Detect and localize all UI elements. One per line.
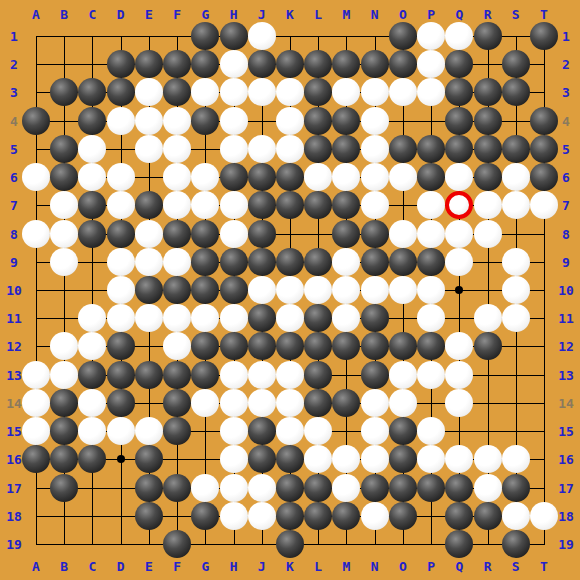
coordinate-label: 7 xyxy=(10,199,18,212)
stone-black-J15 xyxy=(248,417,276,445)
coordinate-label: 6 xyxy=(10,171,18,184)
stone-white-J5 xyxy=(248,135,276,163)
stone-white-F6 xyxy=(163,163,191,191)
stone-white-S9 xyxy=(502,248,530,276)
star-point xyxy=(117,455,125,463)
stone-black-R18 xyxy=(474,502,502,530)
stone-black-G18 xyxy=(191,502,219,530)
stone-white-H3 xyxy=(220,78,248,106)
stone-white-H5 xyxy=(220,135,248,163)
stone-black-O18 xyxy=(389,502,417,530)
stone-black-R6 xyxy=(474,163,502,191)
stone-black-B14 xyxy=(50,389,78,417)
stone-black-J6 xyxy=(248,163,276,191)
stone-white-Q16 xyxy=(445,445,473,473)
stone-black-N2 xyxy=(361,50,389,78)
stone-black-P6 xyxy=(417,163,445,191)
stone-white-D4 xyxy=(107,107,135,135)
stone-black-F19 xyxy=(163,530,191,558)
coordinate-label: 16 xyxy=(6,453,22,466)
stone-black-K19 xyxy=(276,530,304,558)
stone-black-P9 xyxy=(417,248,445,276)
stone-white-M17 xyxy=(332,474,360,502)
stone-black-C4 xyxy=(78,107,106,135)
stone-black-T1 xyxy=(530,22,558,50)
stone-white-N16 xyxy=(361,445,389,473)
stone-black-B6 xyxy=(50,163,78,191)
stone-white-K4 xyxy=(276,107,304,135)
stone-black-Q3 xyxy=(445,78,473,106)
stone-white-K3 xyxy=(276,78,304,106)
stone-white-C6 xyxy=(78,163,106,191)
stone-white-H4 xyxy=(220,107,248,135)
star-point xyxy=(455,286,463,294)
stone-white-A13 xyxy=(22,361,50,389)
coordinate-label: 17 xyxy=(6,481,22,494)
coordinate-label: 11 xyxy=(6,312,22,325)
coordinate-label: 3 xyxy=(562,86,570,99)
stone-white-T18 xyxy=(530,502,558,530)
stone-white-L16 xyxy=(304,445,332,473)
coordinate-label: A xyxy=(32,8,40,21)
stone-black-D13 xyxy=(107,361,135,389)
stone-white-C11 xyxy=(78,304,106,332)
stone-white-Q6 xyxy=(445,163,473,191)
stone-black-K2 xyxy=(276,50,304,78)
stone-white-P15 xyxy=(417,417,445,445)
stone-white-G17 xyxy=(191,474,219,502)
coordinate-label: 5 xyxy=(562,142,570,155)
coordinate-label: 13 xyxy=(558,368,574,381)
stone-black-Q5 xyxy=(445,135,473,163)
stone-black-D3 xyxy=(107,78,135,106)
stone-white-G11 xyxy=(191,304,219,332)
coordinate-label: B xyxy=(60,8,68,21)
stone-white-G6 xyxy=(191,163,219,191)
stone-black-J2 xyxy=(248,50,276,78)
stone-white-C12 xyxy=(78,332,106,360)
stone-white-N7 xyxy=(361,191,389,219)
coordinate-label: 8 xyxy=(562,227,570,240)
coordinate-label: F xyxy=(173,8,181,21)
coordinate-label: N xyxy=(371,560,379,573)
coordinate-label: R xyxy=(484,8,492,21)
stone-black-K16 xyxy=(276,445,304,473)
coordinate-label: 1 xyxy=(562,30,570,43)
stone-black-E18 xyxy=(135,502,163,530)
coordinate-label: 6 xyxy=(562,171,570,184)
stone-black-J9 xyxy=(248,248,276,276)
stone-white-D6 xyxy=(107,163,135,191)
stone-white-C14 xyxy=(78,389,106,417)
stone-black-H6 xyxy=(220,163,248,191)
stone-white-J13 xyxy=(248,361,276,389)
stone-black-L2 xyxy=(304,50,332,78)
coordinate-label: L xyxy=(314,560,322,573)
stone-black-G1 xyxy=(191,22,219,50)
stone-white-R8 xyxy=(474,220,502,248)
coordinate-label: 15 xyxy=(558,425,574,438)
coordinate-label: O xyxy=(399,560,407,573)
stone-white-P11 xyxy=(417,304,445,332)
coordinate-label: 10 xyxy=(558,284,574,297)
stone-black-G2 xyxy=(191,50,219,78)
stone-black-K6 xyxy=(276,163,304,191)
stone-black-E13 xyxy=(135,361,163,389)
stone-black-S19 xyxy=(502,530,530,558)
stone-white-S18 xyxy=(502,502,530,530)
stone-black-Q19 xyxy=(445,530,473,558)
stone-black-M7 xyxy=(332,191,360,219)
coordinate-label: 18 xyxy=(6,509,22,522)
stone-black-O2 xyxy=(389,50,417,78)
stone-white-K10 xyxy=(276,276,304,304)
coordinate-label: T xyxy=(540,560,548,573)
stone-black-E2 xyxy=(135,50,163,78)
stone-white-F11 xyxy=(163,304,191,332)
stone-white-O8 xyxy=(389,220,417,248)
stone-white-O14 xyxy=(389,389,417,417)
coordinate-label: M xyxy=(343,8,351,21)
stone-white-D10 xyxy=(107,276,135,304)
stone-black-F17 xyxy=(163,474,191,502)
stone-black-M8 xyxy=(332,220,360,248)
stone-black-M5 xyxy=(332,135,360,163)
stone-white-Q9 xyxy=(445,248,473,276)
coordinate-label: R xyxy=(484,560,492,573)
coordinate-label: G xyxy=(201,560,209,573)
stone-white-J14 xyxy=(248,389,276,417)
stone-white-D9 xyxy=(107,248,135,276)
stone-black-T4 xyxy=(530,107,558,135)
stone-black-T5 xyxy=(530,135,558,163)
stone-black-S17 xyxy=(502,474,530,502)
stone-white-G14 xyxy=(191,389,219,417)
stone-white-F5 xyxy=(163,135,191,163)
stone-black-O17 xyxy=(389,474,417,502)
stone-black-O12 xyxy=(389,332,417,360)
stone-white-N4 xyxy=(361,107,389,135)
stone-black-E7 xyxy=(135,191,163,219)
stone-white-B7 xyxy=(50,191,78,219)
stone-white-H15 xyxy=(220,417,248,445)
stone-white-J1 xyxy=(248,22,276,50)
stone-white-H7 xyxy=(220,191,248,219)
stone-white-P1 xyxy=(417,22,445,50)
stone-black-K12 xyxy=(276,332,304,360)
stone-black-P12 xyxy=(417,332,445,360)
stone-white-N14 xyxy=(361,389,389,417)
stone-black-P17 xyxy=(417,474,445,502)
stone-white-K5 xyxy=(276,135,304,163)
stone-black-R1 xyxy=(474,22,502,50)
stone-white-H14 xyxy=(220,389,248,417)
stone-white-N6 xyxy=(361,163,389,191)
stone-black-J16 xyxy=(248,445,276,473)
stone-white-D11 xyxy=(107,304,135,332)
go-board[interactable]: ABCDEFGHJKLMNOPQRST ABCDEFGHJKLMNOPQRST … xyxy=(0,0,580,580)
stone-black-L18 xyxy=(304,502,332,530)
coordinate-label: 16 xyxy=(558,453,574,466)
stone-black-H12 xyxy=(220,332,248,360)
coordinate-label: C xyxy=(89,560,97,573)
stone-white-S16 xyxy=(502,445,530,473)
stone-black-S3 xyxy=(502,78,530,106)
stone-white-O3 xyxy=(389,78,417,106)
stone-white-E9 xyxy=(135,248,163,276)
stone-white-B9 xyxy=(50,248,78,276)
coordinate-label: 9 xyxy=(562,255,570,268)
coordinate-label: A xyxy=(32,560,40,573)
coordinate-label: S xyxy=(512,8,520,21)
stone-white-P7 xyxy=(417,191,445,219)
coordinate-label: 7 xyxy=(562,199,570,212)
stone-black-L13 xyxy=(304,361,332,389)
stone-white-E5 xyxy=(135,135,163,163)
stone-black-O15 xyxy=(389,417,417,445)
stone-black-N17 xyxy=(361,474,389,502)
stone-white-E4 xyxy=(135,107,163,135)
stone-white-P16 xyxy=(417,445,445,473)
stone-white-H16 xyxy=(220,445,248,473)
coordinate-label: 14 xyxy=(558,396,574,409)
stone-white-F7 xyxy=(163,191,191,219)
stone-black-H9 xyxy=(220,248,248,276)
stone-black-A16 xyxy=(22,445,50,473)
stone-white-K11 xyxy=(276,304,304,332)
stone-white-L10 xyxy=(304,276,332,304)
stone-white-M6 xyxy=(332,163,360,191)
stone-black-D2 xyxy=(107,50,135,78)
stone-white-T7 xyxy=(530,191,558,219)
stone-black-M2 xyxy=(332,50,360,78)
stone-black-L4 xyxy=(304,107,332,135)
stone-white-F12 xyxy=(163,332,191,360)
stone-white-A15 xyxy=(22,417,50,445)
stone-white-Q8 xyxy=(445,220,473,248)
stone-white-J17 xyxy=(248,474,276,502)
stone-black-B5 xyxy=(50,135,78,163)
stone-white-E3 xyxy=(135,78,163,106)
stone-black-C3 xyxy=(78,78,106,106)
stone-black-N8 xyxy=(361,220,389,248)
stone-white-N3 xyxy=(361,78,389,106)
coordinate-label: 19 xyxy=(6,538,22,551)
coordinate-label: 2 xyxy=(10,58,18,71)
stone-white-Q12 xyxy=(445,332,473,360)
stone-black-G12 xyxy=(191,332,219,360)
stone-white-H13 xyxy=(220,361,248,389)
stone-white-S10 xyxy=(502,276,530,304)
stone-white-M3 xyxy=(332,78,360,106)
stone-white-K13 xyxy=(276,361,304,389)
stone-white-O13 xyxy=(389,361,417,389)
coordinate-label: F xyxy=(173,560,181,573)
coordinate-label: 3 xyxy=(10,86,18,99)
coordinate-label: 13 xyxy=(6,368,22,381)
stone-black-B17 xyxy=(50,474,78,502)
coordinate-label: E xyxy=(145,560,153,573)
stone-black-N13 xyxy=(361,361,389,389)
stone-black-O1 xyxy=(389,22,417,50)
coordinate-label: 12 xyxy=(558,340,574,353)
stone-white-P13 xyxy=(417,361,445,389)
coordinate-label: 12 xyxy=(6,340,22,353)
stone-black-K9 xyxy=(276,248,304,276)
stone-black-M12 xyxy=(332,332,360,360)
stone-black-L14 xyxy=(304,389,332,417)
coordinate-label: 9 xyxy=(10,255,18,268)
stone-black-L7 xyxy=(304,191,332,219)
stone-white-N18 xyxy=(361,502,389,530)
coordinate-label: M xyxy=(343,560,351,573)
coordinate-label: Q xyxy=(455,8,463,21)
coordinate-label: H xyxy=(230,560,238,573)
stone-black-N12 xyxy=(361,332,389,360)
stone-black-R5 xyxy=(474,135,502,163)
stone-white-C15 xyxy=(78,417,106,445)
stone-white-H2 xyxy=(220,50,248,78)
stone-black-L17 xyxy=(304,474,332,502)
coordinate-label: N xyxy=(371,8,379,21)
stone-black-D14 xyxy=(107,389,135,417)
stone-black-R12 xyxy=(474,332,502,360)
coordinate-label: 15 xyxy=(6,425,22,438)
stone-black-G13 xyxy=(191,361,219,389)
coordinate-label: L xyxy=(314,8,322,21)
stone-white-Q14 xyxy=(445,389,473,417)
stone-white-Q13 xyxy=(445,361,473,389)
stone-white-S6 xyxy=(502,163,530,191)
stone-black-M4 xyxy=(332,107,360,135)
stone-white-H17 xyxy=(220,474,248,502)
coordinate-label: D xyxy=(117,8,125,21)
stone-black-F14 xyxy=(163,389,191,417)
stone-black-G4 xyxy=(191,107,219,135)
stone-black-N9 xyxy=(361,248,389,276)
coordinate-label: T xyxy=(540,8,548,21)
stone-white-F9 xyxy=(163,248,191,276)
stone-white-K14 xyxy=(276,389,304,417)
stone-black-E10 xyxy=(135,276,163,304)
stone-white-M11 xyxy=(332,304,360,332)
stone-white-R11 xyxy=(474,304,502,332)
stone-white-E15 xyxy=(135,417,163,445)
stone-white-N15 xyxy=(361,417,389,445)
stone-black-H1 xyxy=(220,22,248,50)
coordinate-label: K xyxy=(286,560,294,573)
stone-white-B12 xyxy=(50,332,78,360)
stone-white-A8 xyxy=(22,220,50,248)
stone-black-Q4 xyxy=(445,107,473,135)
coordinate-label: H xyxy=(230,8,238,21)
stone-black-R3 xyxy=(474,78,502,106)
coordinate-label: B xyxy=(60,560,68,573)
coordinate-label: O xyxy=(399,8,407,21)
stone-white-E11 xyxy=(135,304,163,332)
stone-white-G7 xyxy=(191,191,219,219)
coordinate-label: 5 xyxy=(10,142,18,155)
stone-black-C8 xyxy=(78,220,106,248)
coordinate-label: P xyxy=(427,8,435,21)
stone-black-C7 xyxy=(78,191,106,219)
stone-white-B8 xyxy=(50,220,78,248)
stone-black-O9 xyxy=(389,248,417,276)
stone-black-Q17 xyxy=(445,474,473,502)
stone-white-F4 xyxy=(163,107,191,135)
coordinate-label: D xyxy=(117,560,125,573)
stone-white-H8 xyxy=(220,220,248,248)
stone-black-N11 xyxy=(361,304,389,332)
stone-white-R16 xyxy=(474,445,502,473)
stone-white-E8 xyxy=(135,220,163,248)
stone-black-M14 xyxy=(332,389,360,417)
coordinate-label: 18 xyxy=(558,509,574,522)
stone-white-S7 xyxy=(502,191,530,219)
stone-black-S5 xyxy=(502,135,530,163)
stone-white-R17 xyxy=(474,474,502,502)
stone-black-E16 xyxy=(135,445,163,473)
stone-black-J7 xyxy=(248,191,276,219)
coordinate-label: P xyxy=(427,560,435,573)
coordinate-label: C xyxy=(89,8,97,21)
last-move-stone-Q7 xyxy=(445,191,473,219)
stone-white-P8 xyxy=(417,220,445,248)
coordinate-label: 8 xyxy=(10,227,18,240)
stone-black-F3 xyxy=(163,78,191,106)
stone-black-J11 xyxy=(248,304,276,332)
stone-black-L11 xyxy=(304,304,332,332)
stone-white-D15 xyxy=(107,417,135,445)
stone-black-C13 xyxy=(78,361,106,389)
stone-white-N10 xyxy=(361,276,389,304)
stone-black-E17 xyxy=(135,474,163,502)
stone-black-P5 xyxy=(417,135,445,163)
stone-black-K17 xyxy=(276,474,304,502)
stone-black-F10 xyxy=(163,276,191,304)
stone-black-L5 xyxy=(304,135,332,163)
stone-white-M9 xyxy=(332,248,360,276)
stone-white-O10 xyxy=(389,276,417,304)
stone-black-A4 xyxy=(22,107,50,135)
stone-white-J10 xyxy=(248,276,276,304)
stone-white-D7 xyxy=(107,191,135,219)
stone-white-N5 xyxy=(361,135,389,163)
stone-white-O6 xyxy=(389,163,417,191)
stone-white-P10 xyxy=(417,276,445,304)
coordinate-label: J xyxy=(258,8,266,21)
stone-black-S2 xyxy=(502,50,530,78)
coordinate-label: 2 xyxy=(562,58,570,71)
stone-black-B15 xyxy=(50,417,78,445)
stone-white-R7 xyxy=(474,191,502,219)
coordinate-label: 17 xyxy=(558,481,574,494)
stone-black-L12 xyxy=(304,332,332,360)
stone-white-L15 xyxy=(304,417,332,445)
stone-black-F15 xyxy=(163,417,191,445)
stone-black-R4 xyxy=(474,107,502,135)
stone-white-A14 xyxy=(22,389,50,417)
coordinate-label: 19 xyxy=(558,538,574,551)
stone-black-D12 xyxy=(107,332,135,360)
stone-white-G3 xyxy=(191,78,219,106)
stone-white-J18 xyxy=(248,502,276,530)
coordinate-label: E xyxy=(145,8,153,21)
coordinate-label: 1 xyxy=(10,30,18,43)
coordinate-label: K xyxy=(286,8,294,21)
stone-black-K18 xyxy=(276,502,304,530)
stone-black-D8 xyxy=(107,220,135,248)
